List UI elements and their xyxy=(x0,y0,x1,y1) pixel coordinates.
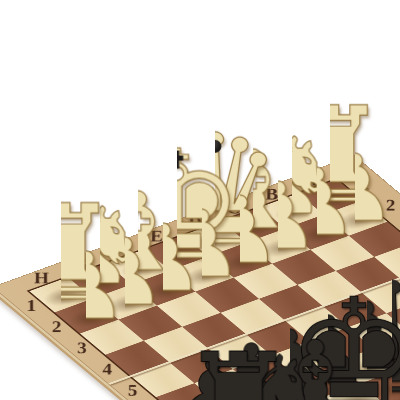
pieces-layer: ♜♞♝♛♚♝♞♜♟♟♟♟♟♟♟♟♟♟♟♟♟♟♟♟♜♞♝♛♚♝♞♜ xyxy=(29,179,400,400)
rank-label-right-2: 2 xyxy=(380,197,400,214)
rank-label-left-5: 5 xyxy=(122,382,142,399)
file-label-a: A xyxy=(300,172,320,189)
king-black-cross-finial xyxy=(174,150,179,168)
chess-board: HGFEDCBA1122334455667788 ♜♞♝♛♚♝♞♜♟♟♟♟♟♟♟… xyxy=(0,155,400,400)
chess-set-product-photo: HGFEDCBA1122334455667788 ♜♞♝♛♚♝♞♜♟♟♟♟♟♟♟… xyxy=(0,0,400,400)
rank-label-right-1: 1 xyxy=(355,176,375,193)
rook-glyph: ♜ xyxy=(179,339,297,400)
file-label-d: D xyxy=(185,214,205,231)
rank-label-left-4: 4 xyxy=(97,361,117,378)
cell-h2: ♟ xyxy=(55,298,119,333)
rank-label-left-2: 2 xyxy=(47,318,67,335)
file-label-b: B xyxy=(262,186,282,203)
file-label-c: C xyxy=(223,200,243,217)
rank-label-left-1: 1 xyxy=(21,297,41,314)
rank-label-left-3: 3 xyxy=(72,340,92,357)
